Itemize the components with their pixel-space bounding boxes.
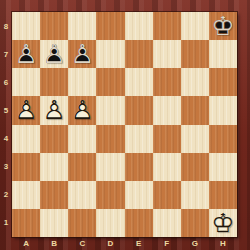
rank-labels: 87654321 — [0, 12, 12, 237]
square-e3[interactable] — [125, 153, 153, 181]
square-a4[interactable] — [12, 125, 40, 153]
square-c4[interactable] — [68, 125, 96, 153]
square-b3[interactable] — [40, 153, 68, 181]
square-f8[interactable] — [153, 12, 181, 40]
chess-board: ♚♔♟♙♟♙♟♙♟♙♟♙♟♙♚♔ — [12, 12, 237, 237]
square-h1[interactable]: ♚♔ — [209, 209, 237, 237]
pawn-glyph-outline: ♙ — [40, 40, 68, 68]
square-d5[interactable] — [96, 96, 124, 124]
square-d1[interactable] — [96, 209, 124, 237]
pawn-glyph-outline: ♙ — [68, 96, 96, 124]
file-label-c: C — [68, 237, 96, 250]
pawn-glyph-outline: ♙ — [68, 40, 96, 68]
piece-black-pawn[interactable]: ♟♙ — [68, 40, 96, 68]
square-b2[interactable] — [40, 181, 68, 209]
file-label-e: E — [125, 237, 153, 250]
square-b5[interactable]: ♟♙ — [40, 96, 68, 124]
square-h2[interactable] — [209, 181, 237, 209]
square-h4[interactable] — [209, 125, 237, 153]
square-b7[interactable]: ♟♙ — [40, 40, 68, 68]
piece-black-king[interactable]: ♚♔ — [209, 12, 237, 40]
square-h8[interactable]: ♚♔ — [209, 12, 237, 40]
rank-label-4: 4 — [0, 125, 12, 153]
square-b1[interactable] — [40, 209, 68, 237]
square-f7[interactable] — [153, 40, 181, 68]
king-glyph-outline: ♔ — [209, 209, 237, 237]
square-b8[interactable] — [40, 12, 68, 40]
square-d2[interactable] — [96, 181, 124, 209]
square-d3[interactable] — [96, 153, 124, 181]
square-c5[interactable]: ♟♙ — [68, 96, 96, 124]
square-g3[interactable] — [181, 153, 209, 181]
square-c2[interactable] — [68, 181, 96, 209]
rank-label-1: 1 — [0, 209, 12, 237]
square-a5[interactable]: ♟♙ — [12, 96, 40, 124]
square-d8[interactable] — [96, 12, 124, 40]
square-g5[interactable] — [181, 96, 209, 124]
rank-label-7: 7 — [0, 40, 12, 68]
square-d6[interactable] — [96, 68, 124, 96]
square-e7[interactable] — [125, 40, 153, 68]
file-label-f: F — [153, 237, 181, 250]
square-a6[interactable] — [12, 68, 40, 96]
square-h6[interactable] — [209, 68, 237, 96]
piece-white-pawn[interactable]: ♟♙ — [12, 96, 40, 124]
rank-label-6: 6 — [0, 68, 12, 96]
rank-label-2: 2 — [0, 181, 12, 209]
piece-white-pawn[interactable]: ♟♙ — [40, 96, 68, 124]
square-f3[interactable] — [153, 153, 181, 181]
square-d7[interactable] — [96, 40, 124, 68]
file-label-b: B — [40, 237, 68, 250]
pawn-glyph-outline: ♙ — [12, 96, 40, 124]
pawn-glyph-outline: ♙ — [40, 96, 68, 124]
square-e5[interactable] — [125, 96, 153, 124]
square-g7[interactable] — [181, 40, 209, 68]
rank-label-8: 8 — [0, 12, 12, 40]
square-g4[interactable] — [181, 125, 209, 153]
square-h3[interactable] — [209, 153, 237, 181]
square-f6[interactable] — [153, 68, 181, 96]
piece-white-king[interactable]: ♚♔ — [209, 209, 237, 237]
square-d4[interactable] — [96, 125, 124, 153]
square-f4[interactable] — [153, 125, 181, 153]
square-a2[interactable] — [12, 181, 40, 209]
piece-black-pawn[interactable]: ♟♙ — [12, 40, 40, 68]
square-g2[interactable] — [181, 181, 209, 209]
file-label-a: A — [12, 237, 40, 250]
piece-white-pawn[interactable]: ♟♙ — [68, 96, 96, 124]
square-a3[interactable] — [12, 153, 40, 181]
rank-label-3: 3 — [0, 153, 12, 181]
square-h5[interactable] — [209, 96, 237, 124]
square-c1[interactable] — [68, 209, 96, 237]
square-c7[interactable]: ♟♙ — [68, 40, 96, 68]
rank-label-5: 5 — [0, 96, 12, 124]
square-c8[interactable] — [68, 12, 96, 40]
square-e2[interactable] — [125, 181, 153, 209]
file-label-h: H — [209, 237, 237, 250]
square-e6[interactable] — [125, 68, 153, 96]
square-h7[interactable] — [209, 40, 237, 68]
square-g1[interactable] — [181, 209, 209, 237]
square-b4[interactable] — [40, 125, 68, 153]
square-e1[interactable] — [125, 209, 153, 237]
king-glyph-outline: ♔ — [209, 12, 237, 40]
file-labels: ABCDEFGH — [12, 237, 237, 250]
square-a1[interactable] — [12, 209, 40, 237]
board-frame: ♚♔♟♙♟♙♟♙♟♙♟♙♟♙♚♔ 87654321 ABCDEFGH — [0, 0, 250, 250]
square-f2[interactable] — [153, 181, 181, 209]
square-c3[interactable] — [68, 153, 96, 181]
square-e4[interactable] — [125, 125, 153, 153]
square-a8[interactable] — [12, 12, 40, 40]
square-f1[interactable] — [153, 209, 181, 237]
square-e8[interactable] — [125, 12, 153, 40]
square-g6[interactable] — [181, 68, 209, 96]
piece-black-pawn[interactable]: ♟♙ — [40, 40, 68, 68]
file-label-g: G — [181, 237, 209, 250]
pawn-glyph-outline: ♙ — [12, 40, 40, 68]
file-label-d: D — [96, 237, 124, 250]
square-c6[interactable] — [68, 68, 96, 96]
square-b6[interactable] — [40, 68, 68, 96]
square-f5[interactable] — [153, 96, 181, 124]
square-g8[interactable] — [181, 12, 209, 40]
square-a7[interactable]: ♟♙ — [12, 40, 40, 68]
